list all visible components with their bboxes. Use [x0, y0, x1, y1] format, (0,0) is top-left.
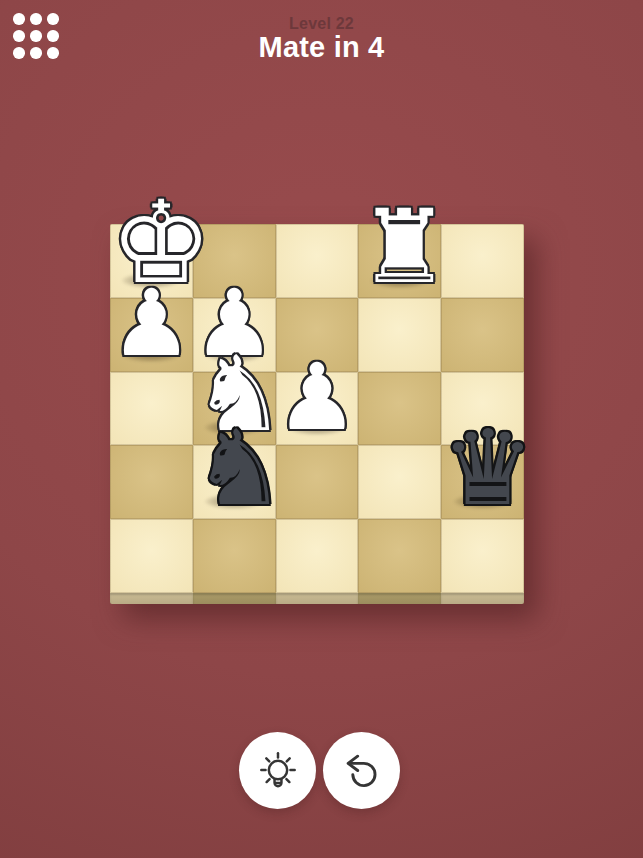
piece-white-pawn-1[interactable]: ♟	[110, 278, 193, 370]
app-screen: Level 22 Mate in 4 ♚♜♟♟♞♟♞♛	[0, 0, 643, 858]
piece-white-rook[interactable]: ♜	[358, 196, 441, 298]
edge-segment	[276, 593, 359, 604]
piece-black-knight[interactable]: ♞	[193, 416, 276, 520]
edge-segment	[193, 593, 276, 604]
square-r1c3[interactable]	[276, 224, 359, 298]
edge-segment	[110, 593, 193, 604]
square-r1c5[interactable]	[441, 224, 524, 298]
square-r5c2[interactable]	[193, 519, 276, 593]
square-r4c3[interactable]	[276, 445, 359, 519]
hint-button[interactable]	[239, 732, 316, 809]
undo-arrow-icon	[339, 748, 385, 794]
lightbulb-icon	[255, 748, 301, 794]
square-r3c4[interactable]	[358, 372, 441, 446]
square-r2c5[interactable]	[441, 298, 524, 372]
square-r5c5[interactable]	[441, 519, 524, 593]
square-r3c1[interactable]	[110, 372, 193, 446]
square-r4c1[interactable]	[110, 445, 193, 519]
piece-black-queen[interactable]: ♛	[441, 416, 524, 520]
square-r4c4[interactable]	[358, 445, 441, 519]
page-title: Mate in 4	[0, 31, 643, 64]
board-front-edge	[110, 593, 524, 604]
edge-segment	[441, 593, 524, 604]
square-r5c1[interactable]	[110, 519, 193, 593]
square-r5c3[interactable]	[276, 519, 359, 593]
square-r5c4[interactable]	[358, 519, 441, 593]
undo-button[interactable]	[323, 732, 400, 809]
edge-segment	[358, 593, 441, 604]
square-r2c4[interactable]	[358, 298, 441, 372]
piece-white-pawn-3[interactable]: ♟	[276, 352, 359, 444]
